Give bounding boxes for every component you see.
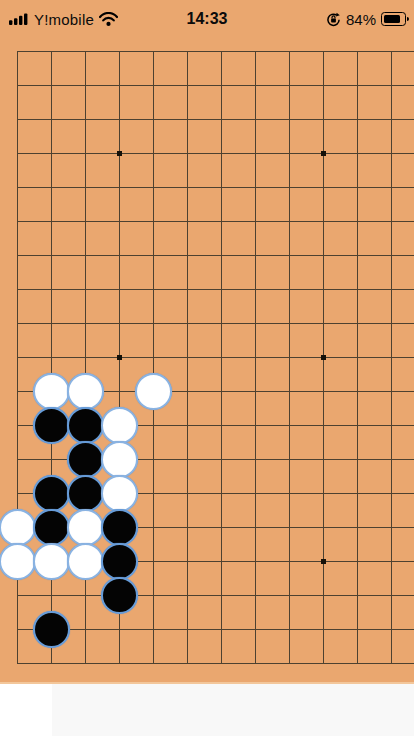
stone-black[interactable]	[101, 543, 138, 580]
star-point	[321, 151, 326, 156]
stone-white[interactable]	[67, 509, 104, 546]
stone-white[interactable]	[33, 373, 70, 410]
stone-white[interactable]	[101, 475, 138, 512]
bottom-left-panel	[0, 684, 52, 736]
stone-black[interactable]	[67, 441, 104, 478]
stone-black[interactable]	[67, 407, 104, 444]
star-point	[117, 151, 122, 156]
star-point	[321, 355, 326, 360]
star-point	[321, 559, 326, 564]
stone-white[interactable]	[101, 441, 138, 478]
stone-white[interactable]	[135, 373, 172, 410]
star-point	[117, 355, 122, 360]
stone-black[interactable]	[33, 475, 70, 512]
stone-black[interactable]	[33, 509, 70, 546]
bottom-bar	[0, 684, 414, 736]
stone-white[interactable]	[67, 543, 104, 580]
stone-black[interactable]	[33, 407, 70, 444]
stone-black[interactable]	[33, 611, 70, 648]
board-grid[interactable]	[0, 34, 408, 680]
stone-black[interactable]	[101, 509, 138, 546]
stone-black[interactable]	[101, 577, 138, 614]
stone-white[interactable]	[0, 543, 36, 580]
stone-white[interactable]	[67, 373, 104, 410]
bottom-right-panel	[52, 684, 414, 736]
stone-white[interactable]	[0, 509, 36, 546]
go-board[interactable]	[0, 0, 414, 684]
stone-black[interactable]	[67, 475, 104, 512]
stone-white[interactable]	[101, 407, 138, 444]
stone-white[interactable]	[33, 543, 70, 580]
phone-screen: Y!mobile 14:33 84%	[0, 0, 414, 736]
